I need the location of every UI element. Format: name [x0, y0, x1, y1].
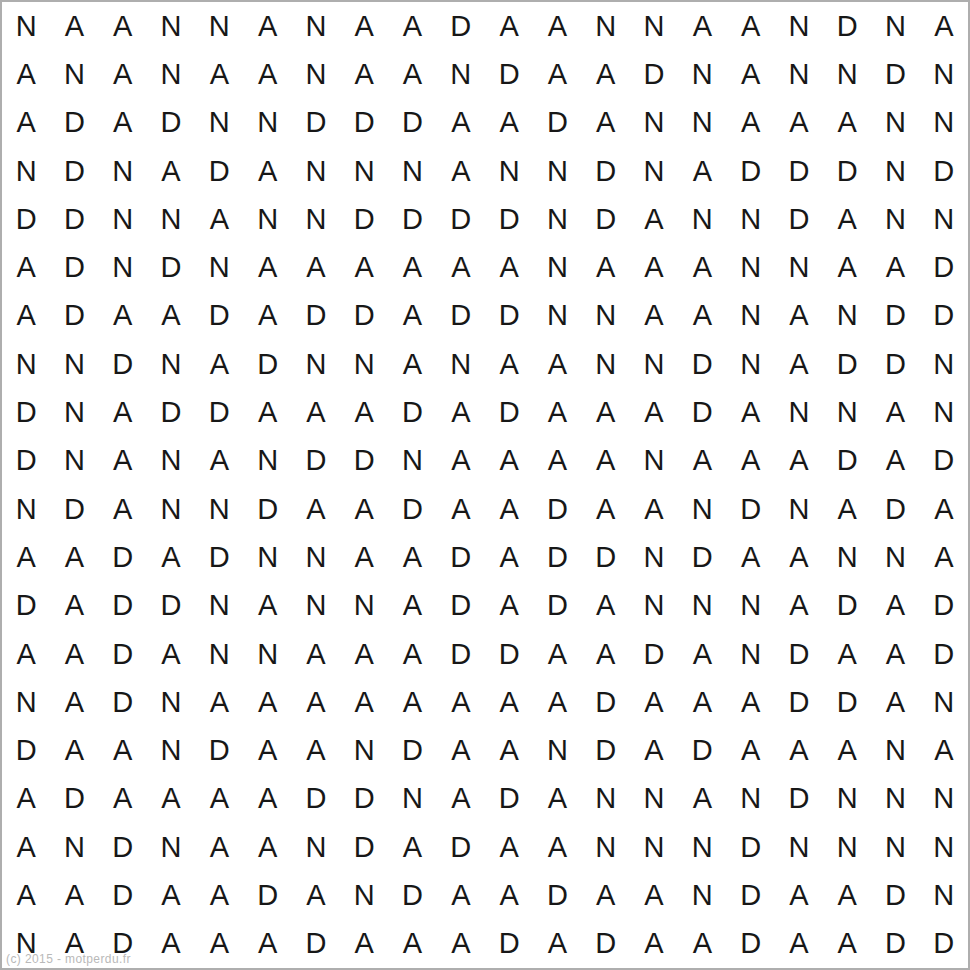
grid-cell[interactable]: A	[726, 50, 774, 98]
grid-cell[interactable]: A	[726, 437, 774, 485]
grid-cell[interactable]: D	[195, 388, 243, 436]
grid-cell[interactable]: A	[243, 292, 291, 340]
grid-cell[interactable]: D	[292, 775, 340, 823]
grid-cell[interactable]: N	[437, 50, 485, 98]
grid-cell[interactable]: N	[726, 775, 774, 823]
grid-cell[interactable]: N	[582, 823, 630, 871]
grid-cell[interactable]: N	[871, 147, 919, 195]
grid-cell[interactable]: A	[99, 2, 147, 50]
grid-cell[interactable]: N	[243, 437, 291, 485]
grid-cell[interactable]: A	[823, 871, 871, 919]
grid-cell[interactable]: A	[920, 726, 968, 774]
grid-cell[interactable]: A	[630, 388, 678, 436]
grid-cell[interactable]: A	[2, 99, 50, 147]
grid-cell[interactable]: A	[582, 485, 630, 533]
grid-cell[interactable]: D	[533, 871, 581, 919]
grid-cell[interactable]: D	[99, 823, 147, 871]
grid-cell[interactable]: A	[871, 678, 919, 726]
grid-cell[interactable]: A	[50, 871, 98, 919]
grid-cell[interactable]: N	[292, 195, 340, 243]
grid-cell[interactable]: N	[292, 50, 340, 98]
grid-cell[interactable]: N	[678, 871, 726, 919]
grid-cell[interactable]: A	[243, 2, 291, 50]
grid-cell[interactable]: N	[437, 340, 485, 388]
grid-cell[interactable]: D	[678, 726, 726, 774]
grid-cell[interactable]: A	[292, 630, 340, 678]
grid-cell[interactable]: N	[292, 533, 340, 581]
grid-cell[interactable]: A	[437, 678, 485, 726]
grid-cell[interactable]: N	[195, 99, 243, 147]
grid-cell[interactable]: A	[50, 678, 98, 726]
grid-cell[interactable]: N	[2, 920, 50, 968]
grid-cell[interactable]: D	[437, 582, 485, 630]
grid-cell[interactable]: N	[50, 340, 98, 388]
grid-cell[interactable]: N	[533, 292, 581, 340]
grid-cell[interactable]: A	[2, 775, 50, 823]
grid-cell[interactable]: A	[2, 292, 50, 340]
grid-cell[interactable]: A	[485, 340, 533, 388]
grid-cell[interactable]: D	[2, 437, 50, 485]
grid-cell[interactable]: A	[243, 388, 291, 436]
grid-cell[interactable]: A	[99, 775, 147, 823]
grid-cell[interactable]: A	[99, 50, 147, 98]
grid-cell[interactable]: A	[920, 2, 968, 50]
grid-cell[interactable]: N	[630, 340, 678, 388]
grid-cell[interactable]: N	[678, 485, 726, 533]
grid-cell[interactable]: D	[920, 582, 968, 630]
grid-cell[interactable]: A	[775, 437, 823, 485]
grid-cell[interactable]: A	[775, 340, 823, 388]
grid-cell[interactable]: D	[340, 823, 388, 871]
grid-cell[interactable]: N	[582, 775, 630, 823]
grid-cell[interactable]: A	[582, 50, 630, 98]
grid-cell[interactable]: D	[243, 340, 291, 388]
grid-cell[interactable]: A	[726, 99, 774, 147]
grid-cell[interactable]: A	[99, 99, 147, 147]
grid-cell[interactable]: A	[920, 485, 968, 533]
grid-cell[interactable]: N	[920, 678, 968, 726]
grid-cell[interactable]: N	[775, 485, 823, 533]
grid-cell[interactable]: D	[2, 726, 50, 774]
grid-cell[interactable]: A	[533, 630, 581, 678]
grid-cell[interactable]: D	[485, 920, 533, 968]
grid-cell[interactable]: N	[147, 195, 195, 243]
grid-cell[interactable]: D	[485, 388, 533, 436]
grid-cell[interactable]: N	[630, 2, 678, 50]
grid-cell[interactable]: A	[485, 582, 533, 630]
grid-cell[interactable]: A	[99, 485, 147, 533]
grid-cell[interactable]: A	[243, 50, 291, 98]
grid-cell[interactable]: A	[726, 2, 774, 50]
grid-cell[interactable]: N	[147, 823, 195, 871]
grid-cell[interactable]: D	[871, 292, 919, 340]
grid-cell[interactable]: D	[340, 437, 388, 485]
grid-cell[interactable]: D	[823, 437, 871, 485]
grid-cell[interactable]: D	[485, 292, 533, 340]
grid-cell[interactable]: A	[437, 920, 485, 968]
grid-cell[interactable]: N	[388, 775, 436, 823]
grid-cell[interactable]: D	[147, 99, 195, 147]
grid-cell[interactable]: D	[533, 582, 581, 630]
grid-cell[interactable]: A	[2, 533, 50, 581]
grid-cell[interactable]: N	[678, 823, 726, 871]
grid-cell[interactable]: D	[775, 147, 823, 195]
grid-cell[interactable]: D	[920, 292, 968, 340]
grid-cell[interactable]: D	[726, 920, 774, 968]
grid-cell[interactable]: N	[630, 582, 678, 630]
grid-cell[interactable]: D	[582, 726, 630, 774]
grid-cell[interactable]: A	[582, 582, 630, 630]
grid-cell[interactable]: A	[678, 292, 726, 340]
grid-cell[interactable]: A	[582, 437, 630, 485]
grid-cell[interactable]: N	[533, 147, 581, 195]
grid-cell[interactable]: N	[775, 388, 823, 436]
grid-cell[interactable]: D	[726, 823, 774, 871]
grid-cell[interactable]: A	[195, 437, 243, 485]
grid-cell[interactable]: A	[388, 50, 436, 98]
grid-cell[interactable]: N	[388, 147, 436, 195]
grid-cell[interactable]: N	[99, 243, 147, 291]
grid-cell[interactable]: A	[871, 630, 919, 678]
grid-cell[interactable]: N	[243, 533, 291, 581]
grid-cell[interactable]: D	[775, 678, 823, 726]
grid-cell[interactable]: A	[292, 485, 340, 533]
grid-cell[interactable]: D	[50, 485, 98, 533]
grid-cell[interactable]: A	[775, 533, 823, 581]
grid-cell[interactable]: A	[195, 775, 243, 823]
grid-cell[interactable]: A	[533, 823, 581, 871]
grid-cell[interactable]: N	[292, 582, 340, 630]
grid-cell[interactable]: D	[388, 485, 436, 533]
grid-cell[interactable]: D	[50, 147, 98, 195]
grid-cell[interactable]: D	[920, 437, 968, 485]
grid-cell[interactable]: D	[920, 920, 968, 968]
grid-cell[interactable]: N	[775, 243, 823, 291]
grid-cell[interactable]: A	[243, 678, 291, 726]
grid-cell[interactable]: A	[340, 2, 388, 50]
grid-cell[interactable]: A	[437, 871, 485, 919]
grid-cell[interactable]: A	[195, 50, 243, 98]
grid-cell[interactable]: A	[292, 726, 340, 774]
grid-cell[interactable]: N	[50, 50, 98, 98]
grid-cell[interactable]: A	[630, 726, 678, 774]
grid-cell[interactable]: A	[920, 533, 968, 581]
grid-cell[interactable]: A	[871, 388, 919, 436]
grid-cell[interactable]: N	[582, 340, 630, 388]
grid-cell[interactable]: D	[195, 533, 243, 581]
grid-cell[interactable]: A	[388, 582, 436, 630]
grid-cell[interactable]: N	[2, 485, 50, 533]
grid-cell[interactable]: A	[582, 388, 630, 436]
grid-cell[interactable]: A	[147, 920, 195, 968]
grid-cell[interactable]: D	[50, 775, 98, 823]
grid-cell[interactable]: D	[99, 533, 147, 581]
grid-cell[interactable]: N	[2, 147, 50, 195]
grid-cell[interactable]: A	[388, 292, 436, 340]
grid-cell[interactable]: N	[340, 582, 388, 630]
grid-cell[interactable]: D	[630, 630, 678, 678]
grid-cell[interactable]: A	[388, 678, 436, 726]
grid-cell[interactable]: A	[340, 485, 388, 533]
grid-cell[interactable]: A	[485, 533, 533, 581]
grid-cell[interactable]: D	[533, 485, 581, 533]
grid-cell[interactable]: A	[678, 147, 726, 195]
grid-cell[interactable]: N	[678, 99, 726, 147]
grid-cell[interactable]: A	[678, 2, 726, 50]
grid-cell[interactable]: D	[582, 195, 630, 243]
grid-cell[interactable]: A	[823, 920, 871, 968]
grid-cell[interactable]: D	[678, 533, 726, 581]
grid-cell[interactable]: A	[50, 582, 98, 630]
grid-cell[interactable]: A	[485, 726, 533, 774]
grid-cell[interactable]: D	[871, 920, 919, 968]
grid-cell[interactable]: D	[292, 99, 340, 147]
grid-cell[interactable]: D	[871, 871, 919, 919]
grid-cell[interactable]: A	[775, 582, 823, 630]
grid-cell[interactable]: D	[920, 147, 968, 195]
grid-cell[interactable]: A	[437, 726, 485, 774]
grid-cell[interactable]: N	[630, 533, 678, 581]
grid-cell[interactable]: A	[871, 582, 919, 630]
grid-cell[interactable]: N	[147, 2, 195, 50]
grid-cell[interactable]: N	[340, 726, 388, 774]
grid-cell[interactable]: A	[678, 920, 726, 968]
grid-cell[interactable]: A	[485, 485, 533, 533]
grid-cell[interactable]: N	[292, 147, 340, 195]
grid-cell[interactable]: N	[920, 50, 968, 98]
grid-cell[interactable]: A	[195, 920, 243, 968]
grid-cell[interactable]: D	[99, 871, 147, 919]
grid-cell[interactable]: N	[871, 726, 919, 774]
grid-cell[interactable]: A	[630, 485, 678, 533]
grid-cell[interactable]: D	[2, 195, 50, 243]
grid-cell[interactable]: D	[678, 340, 726, 388]
grid-cell[interactable]: D	[823, 582, 871, 630]
grid-cell[interactable]: N	[147, 340, 195, 388]
grid-cell[interactable]: A	[582, 243, 630, 291]
grid-cell[interactable]: N	[630, 823, 678, 871]
grid-cell[interactable]: N	[2, 2, 50, 50]
grid-cell[interactable]: D	[775, 775, 823, 823]
grid-cell[interactable]: D	[99, 920, 147, 968]
grid-cell[interactable]: A	[195, 871, 243, 919]
grid-cell[interactable]: N	[2, 678, 50, 726]
grid-cell[interactable]: A	[485, 2, 533, 50]
grid-cell[interactable]: D	[726, 485, 774, 533]
grid-cell[interactable]: A	[195, 195, 243, 243]
grid-cell[interactable]: N	[147, 50, 195, 98]
grid-cell[interactable]: A	[630, 678, 678, 726]
grid-cell[interactable]: D	[582, 533, 630, 581]
grid-cell[interactable]: D	[823, 147, 871, 195]
grid-cell[interactable]: A	[437, 99, 485, 147]
grid-cell[interactable]: N	[388, 437, 436, 485]
grid-cell[interactable]: N	[582, 292, 630, 340]
grid-cell[interactable]: N	[147, 678, 195, 726]
grid-cell[interactable]: N	[775, 823, 823, 871]
grid-cell[interactable]: D	[292, 437, 340, 485]
grid-cell[interactable]: A	[437, 243, 485, 291]
grid-cell[interactable]: D	[388, 388, 436, 436]
grid-cell[interactable]: A	[195, 823, 243, 871]
grid-cell[interactable]: A	[678, 775, 726, 823]
grid-cell[interactable]: D	[823, 2, 871, 50]
grid-cell[interactable]: N	[871, 195, 919, 243]
grid-cell[interactable]: A	[292, 871, 340, 919]
grid-cell[interactable]: N	[678, 195, 726, 243]
grid-cell[interactable]: A	[50, 630, 98, 678]
grid-cell[interactable]: A	[775, 292, 823, 340]
grid-cell[interactable]: A	[292, 388, 340, 436]
grid-cell[interactable]: A	[630, 243, 678, 291]
grid-cell[interactable]: A	[823, 485, 871, 533]
grid-cell[interactable]: D	[775, 630, 823, 678]
grid-cell[interactable]: A	[243, 147, 291, 195]
grid-cell[interactable]: D	[99, 582, 147, 630]
grid-cell[interactable]: A	[630, 920, 678, 968]
grid-cell[interactable]: A	[823, 195, 871, 243]
grid-cell[interactable]: D	[920, 630, 968, 678]
grid-cell[interactable]: N	[920, 340, 968, 388]
grid-cell[interactable]: N	[920, 99, 968, 147]
grid-cell[interactable]: A	[533, 388, 581, 436]
grid-cell[interactable]: A	[582, 99, 630, 147]
grid-cell[interactable]: A	[243, 823, 291, 871]
grid-cell[interactable]: A	[823, 99, 871, 147]
grid-cell[interactable]: A	[485, 437, 533, 485]
grid-cell[interactable]: A	[243, 775, 291, 823]
grid-cell[interactable]: N	[195, 630, 243, 678]
grid-cell[interactable]: D	[50, 99, 98, 147]
grid-cell[interactable]: A	[2, 871, 50, 919]
grid-cell[interactable]: D	[726, 147, 774, 195]
grid-cell[interactable]: A	[147, 147, 195, 195]
grid-cell[interactable]: D	[147, 243, 195, 291]
grid-cell[interactable]: A	[533, 2, 581, 50]
grid-cell[interactable]: D	[871, 485, 919, 533]
grid-cell[interactable]: A	[99, 437, 147, 485]
grid-cell[interactable]: N	[195, 582, 243, 630]
grid-cell[interactable]: N	[630, 437, 678, 485]
grid-cell[interactable]: A	[388, 2, 436, 50]
grid-cell[interactable]: A	[533, 340, 581, 388]
grid-cell[interactable]: A	[485, 823, 533, 871]
grid-cell[interactable]: N	[726, 630, 774, 678]
grid-cell[interactable]: D	[147, 582, 195, 630]
grid-cell[interactable]: N	[147, 726, 195, 774]
grid-cell[interactable]: D	[437, 823, 485, 871]
grid-cell[interactable]: N	[292, 2, 340, 50]
grid-cell[interactable]: N	[871, 823, 919, 871]
grid-cell[interactable]: N	[147, 485, 195, 533]
grid-cell[interactable]: N	[726, 582, 774, 630]
grid-cell[interactable]: A	[437, 388, 485, 436]
grid-cell[interactable]: D	[147, 388, 195, 436]
grid-cell[interactable]: A	[340, 243, 388, 291]
grid-cell[interactable]: D	[823, 678, 871, 726]
grid-cell[interactable]: A	[2, 823, 50, 871]
grid-cell[interactable]: A	[533, 920, 581, 968]
grid-cell[interactable]: A	[533, 50, 581, 98]
grid-cell[interactable]: A	[2, 630, 50, 678]
grid-cell[interactable]: A	[388, 243, 436, 291]
grid-cell[interactable]: N	[823, 823, 871, 871]
grid-cell[interactable]: D	[582, 920, 630, 968]
grid-cell[interactable]: D	[920, 243, 968, 291]
grid-cell[interactable]: A	[50, 726, 98, 774]
grid-cell[interactable]: A	[340, 388, 388, 436]
grid-cell[interactable]: N	[775, 50, 823, 98]
grid-cell[interactable]: N	[823, 292, 871, 340]
grid-cell[interactable]: A	[823, 726, 871, 774]
grid-cell[interactable]: A	[437, 147, 485, 195]
grid-cell[interactable]: D	[485, 50, 533, 98]
grid-cell[interactable]: A	[533, 775, 581, 823]
grid-cell[interactable]: N	[871, 2, 919, 50]
grid-cell[interactable]: D	[582, 678, 630, 726]
grid-cell[interactable]: D	[195, 726, 243, 774]
grid-cell[interactable]: A	[726, 533, 774, 581]
grid-cell[interactable]: A	[340, 50, 388, 98]
grid-cell[interactable]: D	[485, 775, 533, 823]
grid-cell[interactable]: A	[243, 582, 291, 630]
grid-cell[interactable]: A	[678, 630, 726, 678]
grid-cell[interactable]: A	[678, 678, 726, 726]
grid-cell[interactable]: D	[775, 195, 823, 243]
grid-cell[interactable]: D	[195, 147, 243, 195]
grid-cell[interactable]: A	[630, 871, 678, 919]
grid-cell[interactable]: A	[533, 437, 581, 485]
grid-cell[interactable]: A	[147, 775, 195, 823]
grid-cell[interactable]: N	[50, 388, 98, 436]
grid-cell[interactable]: A	[871, 243, 919, 291]
grid-cell[interactable]: N	[99, 147, 147, 195]
grid-cell[interactable]: N	[582, 2, 630, 50]
grid-cell[interactable]: N	[871, 775, 919, 823]
grid-cell[interactable]: A	[340, 630, 388, 678]
grid-cell[interactable]: A	[2, 50, 50, 98]
grid-cell[interactable]: N	[726, 292, 774, 340]
grid-cell[interactable]: A	[243, 243, 291, 291]
grid-cell[interactable]: A	[437, 437, 485, 485]
grid-cell[interactable]: A	[2, 243, 50, 291]
grid-cell[interactable]: N	[195, 243, 243, 291]
grid-cell[interactable]: A	[485, 678, 533, 726]
grid-cell[interactable]: A	[630, 292, 678, 340]
grid-cell[interactable]: A	[195, 678, 243, 726]
grid-cell[interactable]: D	[678, 388, 726, 436]
grid-cell[interactable]: A	[775, 726, 823, 774]
grid-cell[interactable]: D	[871, 50, 919, 98]
grid-cell[interactable]: N	[292, 823, 340, 871]
grid-cell[interactable]: N	[630, 147, 678, 195]
grid-cell[interactable]: A	[388, 823, 436, 871]
grid-cell[interactable]: N	[726, 340, 774, 388]
grid-cell[interactable]: D	[50, 243, 98, 291]
grid-cell[interactable]: A	[99, 388, 147, 436]
grid-cell[interactable]: N	[533, 243, 581, 291]
grid-cell[interactable]: A	[195, 340, 243, 388]
grid-cell[interactable]: A	[726, 678, 774, 726]
grid-cell[interactable]: N	[630, 775, 678, 823]
grid-cell[interactable]: A	[99, 292, 147, 340]
grid-cell[interactable]: A	[388, 340, 436, 388]
grid-cell[interactable]: A	[726, 388, 774, 436]
grid-cell[interactable]: D	[99, 630, 147, 678]
grid-cell[interactable]: N	[775, 2, 823, 50]
grid-cell[interactable]: A	[485, 99, 533, 147]
grid-cell[interactable]: N	[920, 388, 968, 436]
